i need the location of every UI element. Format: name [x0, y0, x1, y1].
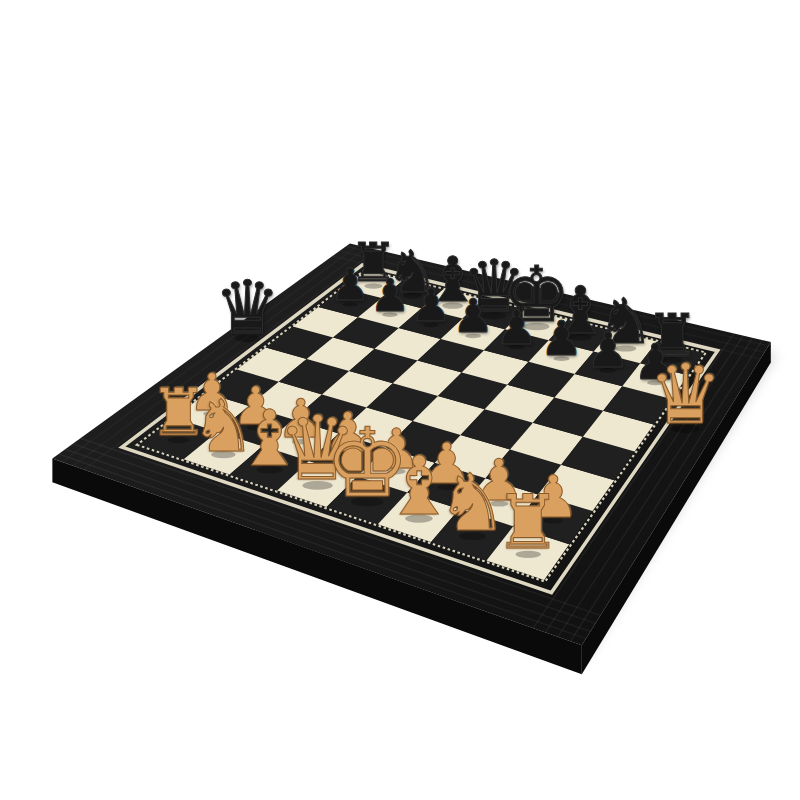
extra-white-queen[interactable]: ♛ — [648, 354, 722, 437]
white-rook-h1[interactable]: ♜ — [495, 487, 562, 562]
black-pawn-c7[interactable]: ♟ — [410, 283, 451, 329]
black-pawn-e7[interactable]: ♟ — [495, 304, 537, 351]
chess-set-product-photo: ♜♞♟♝♟♛♟♚♟♝♛♟♞♟♜♟♟♟♟♛♜♟♞♟♝♟♛♟♚♟♝♟♞♜ — [0, 0, 800, 800]
pieces-layer: ♜♞♟♝♟♛♟♚♟♝♛♟♞♟♜♟♟♟♟♛♜♟♞♟♝♟♛♟♚♟♝♟♞♜ — [0, 0, 800, 800]
black-pawn-f7[interactable]: ♟ — [540, 315, 583, 363]
extra-black-queen[interactable]: ♛ — [214, 272, 280, 346]
black-pawn-g7[interactable]: ♟ — [586, 326, 630, 375]
black-pawn-d7[interactable]: ♟ — [452, 293, 494, 339]
black-pawn-b7[interactable]: ♟ — [370, 273, 410, 318]
black-pawn-a7[interactable]: ♟ — [330, 263, 370, 307]
